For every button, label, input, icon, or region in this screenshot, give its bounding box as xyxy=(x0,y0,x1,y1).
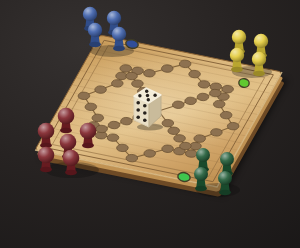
peg-yellow[interactable] xyxy=(252,52,266,76)
die-pip xyxy=(145,90,148,93)
peg-foot xyxy=(253,71,265,76)
peg-head xyxy=(63,150,80,167)
peg-head xyxy=(218,171,232,185)
peg-head xyxy=(38,147,55,164)
die-pip xyxy=(136,115,140,119)
peg-head xyxy=(88,23,102,37)
peg-head xyxy=(58,108,75,125)
peg-head xyxy=(230,48,244,62)
peg-head xyxy=(194,167,208,181)
die-pip xyxy=(143,104,147,108)
peg-head xyxy=(252,52,266,66)
peg-blue[interactable] xyxy=(112,27,126,51)
peg-foot xyxy=(65,170,77,175)
peg-foot xyxy=(113,46,125,51)
peg-head xyxy=(112,27,126,41)
peg-yellow[interactable] xyxy=(230,48,244,72)
die-pip xyxy=(143,118,147,122)
die-pip xyxy=(146,94,149,97)
peg-head xyxy=(83,7,97,21)
peg-foot xyxy=(60,128,72,133)
peg-blue[interactable] xyxy=(88,23,102,47)
peg-foot xyxy=(231,67,243,72)
peg-foot xyxy=(89,42,101,47)
peg-head xyxy=(60,134,77,151)
peg-foot xyxy=(219,190,231,195)
die-pip xyxy=(136,108,140,112)
peg-head xyxy=(80,123,97,140)
die-pip xyxy=(153,94,156,97)
die-pip xyxy=(136,101,140,105)
peg-head xyxy=(196,148,210,162)
peg-head xyxy=(254,34,268,48)
peg-foot xyxy=(40,167,52,172)
peg-head xyxy=(38,123,55,140)
photo-scene xyxy=(0,0,300,248)
peg-head xyxy=(107,11,121,25)
peg-head xyxy=(220,152,234,166)
peg-head xyxy=(232,30,246,44)
peg-foot xyxy=(82,143,94,148)
die-pip xyxy=(147,98,150,101)
die-pip xyxy=(143,111,147,115)
scene-svg xyxy=(0,0,300,248)
peg-foot xyxy=(195,186,207,191)
die-pip xyxy=(138,94,141,97)
